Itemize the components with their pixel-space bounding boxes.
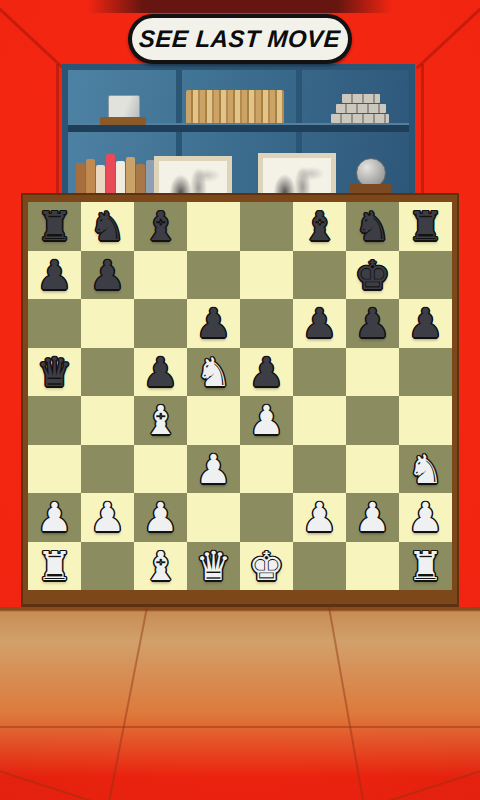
- white-knight[interactable]: ♞: [196, 352, 232, 392]
- square-b4[interactable]: [81, 396, 134, 445]
- square-c3[interactable]: [134, 445, 187, 494]
- square-e4[interactable]: ♟: [240, 396, 293, 445]
- white-bishop[interactable]: ♝: [143, 546, 179, 586]
- square-c1[interactable]: ♝: [134, 542, 187, 591]
- white-pawn[interactable]: ♟: [196, 449, 232, 489]
- square-e5[interactable]: ♟: [240, 348, 293, 397]
- square-e3[interactable]: [240, 445, 293, 494]
- white-knight[interactable]: ♞: [408, 449, 444, 489]
- black-knight[interactable]: ♞: [90, 206, 126, 246]
- square-h2[interactable]: ♟: [399, 493, 452, 542]
- app-screen: ♜♞♝♝♞♜♟♟♚♟♟♟♟♛♟♞♟♝♟♟♞♟♟♟♟♟♟♜♝♛♚♜ SEE LAS…: [0, 0, 480, 800]
- square-d2[interactable]: [187, 493, 240, 542]
- black-pawn[interactable]: ♟: [302, 303, 338, 343]
- square-a5[interactable]: ♛: [28, 348, 81, 397]
- wall-seam-right: [421, 64, 424, 196]
- square-e2[interactable]: [240, 493, 293, 542]
- square-a6[interactable]: [28, 299, 81, 348]
- square-e7[interactable]: [240, 251, 293, 300]
- black-bishop[interactable]: ♝: [143, 206, 179, 246]
- black-knight[interactable]: ♞: [355, 206, 391, 246]
- wall-seam-left: [56, 64, 59, 196]
- square-a2[interactable]: ♟: [28, 493, 81, 542]
- square-c6[interactable]: [134, 299, 187, 348]
- white-pawn[interactable]: ♟: [355, 497, 391, 537]
- square-b3[interactable]: [81, 445, 134, 494]
- black-pawn[interactable]: ♟: [196, 303, 232, 343]
- floor-seam: [108, 607, 148, 800]
- square-g7[interactable]: ♚: [346, 251, 399, 300]
- white-pawn[interactable]: ♟: [302, 497, 338, 537]
- square-d7[interactable]: [187, 251, 240, 300]
- square-b7[interactable]: ♟: [81, 251, 134, 300]
- square-h5[interactable]: [399, 348, 452, 397]
- square-g8[interactable]: ♞: [346, 202, 399, 251]
- black-pawn[interactable]: ♟: [90, 255, 126, 295]
- square-g6[interactable]: ♟: [346, 299, 399, 348]
- white-bishop[interactable]: ♝: [143, 400, 179, 440]
- square-a1[interactable]: ♜: [28, 542, 81, 591]
- square-f8[interactable]: ♝: [293, 202, 346, 251]
- black-pawn[interactable]: ♟: [143, 352, 179, 392]
- square-f7[interactable]: [293, 251, 346, 300]
- square-g1[interactable]: [346, 542, 399, 591]
- floor-seam: [328, 607, 365, 800]
- square-f3[interactable]: [293, 445, 346, 494]
- square-f5[interactable]: [293, 348, 346, 397]
- floor-seam: [357, 767, 480, 800]
- square-a4[interactable]: [28, 396, 81, 445]
- square-h1[interactable]: ♜: [399, 542, 452, 591]
- square-d5[interactable]: ♞: [187, 348, 240, 397]
- bookshelf: [62, 64, 415, 196]
- black-rook[interactable]: ♜: [408, 206, 444, 246]
- square-a3[interactable]: [28, 445, 81, 494]
- square-d6[interactable]: ♟: [187, 299, 240, 348]
- black-pawn[interactable]: ♟: [37, 255, 73, 295]
- square-d4[interactable]: [187, 396, 240, 445]
- trophy-box: [108, 95, 140, 119]
- square-g3[interactable]: [346, 445, 399, 494]
- floor-seam: [0, 767, 123, 800]
- ceiling-seam-right: [416, 4, 480, 69]
- square-h7[interactable]: [399, 251, 452, 300]
- trophy-base: [100, 117, 146, 125]
- white-queen[interactable]: ♛: [196, 546, 232, 586]
- black-queen[interactable]: ♛: [37, 352, 73, 392]
- chess-board-frame: ♜♞♝♝♞♜♟♟♚♟♟♟♟♛♟♞♟♝♟♟♞♟♟♟♟♟♟♜♝♛♚♜: [21, 193, 459, 607]
- white-pawn[interactable]: ♟: [408, 497, 444, 537]
- white-rook[interactable]: ♜: [37, 546, 73, 586]
- square-h6[interactable]: ♟: [399, 299, 452, 348]
- white-pawn[interactable]: ♟: [143, 497, 179, 537]
- black-pawn[interactable]: ♟: [355, 303, 391, 343]
- black-pawn[interactable]: ♟: [249, 352, 285, 392]
- square-b1[interactable]: [81, 542, 134, 591]
- white-pawn[interactable]: ♟: [249, 400, 285, 440]
- square-b6[interactable]: [81, 299, 134, 348]
- square-h8[interactable]: ♜: [399, 202, 452, 251]
- square-g2[interactable]: ♟: [346, 493, 399, 542]
- black-bishop[interactable]: ♝: [302, 206, 338, 246]
- square-b5[interactable]: [81, 348, 134, 397]
- square-c7[interactable]: [134, 251, 187, 300]
- black-rook[interactable]: ♜: [37, 206, 73, 246]
- square-h3[interactable]: ♞: [399, 445, 452, 494]
- square-g4[interactable]: [346, 396, 399, 445]
- floor-seam: [0, 726, 480, 728]
- black-king[interactable]: ♚: [355, 255, 391, 295]
- square-f6[interactable]: ♟: [293, 299, 346, 348]
- square-h4[interactable]: [399, 396, 452, 445]
- square-a7[interactable]: ♟: [28, 251, 81, 300]
- square-f1[interactable]: [293, 542, 346, 591]
- square-e8[interactable]: [240, 202, 293, 251]
- ceiling-shadow-band: [88, 0, 392, 13]
- black-pawn[interactable]: ♟: [408, 303, 444, 343]
- square-g5[interactable]: [346, 348, 399, 397]
- white-pawn[interactable]: ♟: [90, 497, 126, 537]
- square-d3[interactable]: ♟: [187, 445, 240, 494]
- square-d8[interactable]: [187, 202, 240, 251]
- square-c5[interactable]: ♟: [134, 348, 187, 397]
- white-king[interactable]: ♚: [249, 546, 285, 586]
- square-e6[interactable]: [240, 299, 293, 348]
- ceiling-seam-left: [0, 4, 64, 69]
- square-a8[interactable]: ♜: [28, 202, 81, 251]
- white-pawn[interactable]: ♟: [37, 497, 73, 537]
- square-d1[interactable]: ♛: [187, 542, 240, 591]
- chess-board: ♜♞♝♝♞♜♟♟♚♟♟♟♟♛♟♞♟♝♟♟♞♟♟♟♟♟♟♜♝♛♚♜: [28, 202, 452, 590]
- see-last-move-button[interactable]: SEE LAST MOVE: [128, 14, 352, 64]
- stacked-books: [336, 104, 386, 113]
- stacked-books: [331, 114, 389, 123]
- square-b2[interactable]: ♟: [81, 493, 134, 542]
- floor: [0, 607, 480, 800]
- square-c2[interactable]: ♟: [134, 493, 187, 542]
- white-rook[interactable]: ♜: [408, 546, 444, 586]
- book-row: [186, 90, 284, 123]
- square-f2[interactable]: ♟: [293, 493, 346, 542]
- square-f4[interactable]: [293, 396, 346, 445]
- square-c8[interactable]: ♝: [134, 202, 187, 251]
- square-b8[interactable]: ♞: [81, 202, 134, 251]
- square-e1[interactable]: ♚: [240, 542, 293, 591]
- see-last-move-label: SEE LAST MOVE: [138, 25, 341, 53]
- stacked-books: [342, 94, 380, 103]
- square-c4[interactable]: ♝: [134, 396, 187, 445]
